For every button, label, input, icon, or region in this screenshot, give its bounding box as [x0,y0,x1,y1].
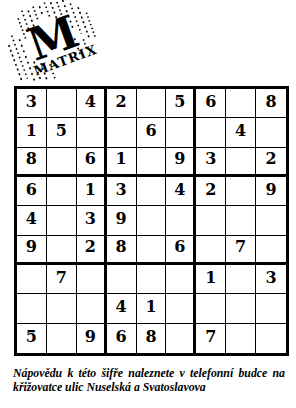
cell-r5c9 [256,206,286,235]
cell-r2c3 [77,118,107,147]
cell-r2c9 [256,118,286,147]
cell-r9c7: 7 [196,324,226,353]
cell-r7c9: 3 [256,265,286,294]
cell-r6c4: 8 [107,236,137,265]
cell-r4c9: 9 [256,177,286,206]
cell-r1c1: 3 [17,89,47,118]
cell-r3c8 [226,148,256,177]
cell-r4c5 [137,177,167,206]
cell-r9c9 [256,324,286,353]
cell-r6c5 [137,236,167,265]
cell-r4c8 [226,177,256,206]
cell-r9c6 [166,324,196,353]
cell-r8c8 [226,294,256,323]
cell-r1c6: 5 [166,89,196,118]
cell-r6c3: 2 [77,236,107,265]
cell-r5c4: 9 [107,206,137,235]
cell-r8c5: 1 [137,294,167,323]
cell-r3c4: 1 [107,148,137,177]
cell-r2c2: 5 [47,118,77,147]
cell-r1c3: 4 [77,89,107,118]
caption: Nápovědu k této šifře naleznete v telefo… [13,366,285,394]
cell-r8c3 [77,294,107,323]
cell-r4c2 [47,177,77,206]
cell-r8c2 [47,294,77,323]
cell-r4c4: 3 [107,177,137,206]
cell-r4c3: 1 [77,177,107,206]
cell-r5c5 [137,206,167,235]
cell-r1c5 [137,89,167,118]
matrix-logo: M MATRIX [2,0,114,82]
cell-r7c8 [226,265,256,294]
cell-r6c7 [196,236,226,265]
cell-r6c9 [256,236,286,265]
cell-r3c9: 2 [256,148,286,177]
cell-r9c1: 5 [17,324,47,353]
cell-r2c8: 4 [226,118,256,147]
cell-r1c7: 6 [196,89,226,118]
cell-r6c6: 6 [166,236,196,265]
cell-r2c4 [107,118,137,147]
cell-r9c8 [226,324,256,353]
sudoku-board: 3425681564861932613429439928677134159687 [14,86,289,356]
cell-r1c2 [47,89,77,118]
cell-r3c3: 6 [77,148,107,177]
caption-line-1: Nápovědu k této šifře naleznete v telefo… [13,366,285,380]
cell-r7c7: 1 [196,265,226,294]
cell-r1c9: 8 [256,89,286,118]
cell-r5c3: 3 [77,206,107,235]
cell-r3c1: 8 [17,148,47,177]
cell-r3c6: 9 [166,148,196,177]
cell-r2c6 [166,118,196,147]
cell-r9c3: 9 [77,324,107,353]
cell-r7c6 [166,265,196,294]
cell-r6c8: 7 [226,236,256,265]
cell-r1c8 [226,89,256,118]
cell-r4c7: 2 [196,177,226,206]
cell-r4c6: 4 [166,177,196,206]
cell-r8c4: 4 [107,294,137,323]
cell-r3c2 [47,148,77,177]
caption-line-2: křižovatce ulic Nuselská a Svatoslavova [13,380,285,394]
cell-r9c5: 8 [137,324,167,353]
cell-r6c1: 9 [17,236,47,265]
cell-r7c5 [137,265,167,294]
cell-r8c1 [17,294,47,323]
cell-r2c5: 6 [137,118,167,147]
cell-r7c1 [17,265,47,294]
puzzle-page: M MATRIX 3425681564861932613429439928677… [0,0,296,408]
cell-r8c6 [166,294,196,323]
cell-r4c1: 6 [17,177,47,206]
cell-r8c9 [256,294,286,323]
cell-r9c4: 6 [107,324,137,353]
cell-r8c7 [196,294,226,323]
cell-r3c5 [137,148,167,177]
cell-r7c3 [77,265,107,294]
cell-r3c7: 3 [196,148,226,177]
cell-r5c6 [166,206,196,235]
cell-r9c2 [47,324,77,353]
cell-r2c7 [196,118,226,147]
cell-r7c4 [107,265,137,294]
cell-r2c1: 1 [17,118,47,147]
cell-r7c2: 7 [47,265,77,294]
cell-r6c2 [47,236,77,265]
cell-r1c4: 2 [107,89,137,118]
cell-r5c7 [196,206,226,235]
cell-r5c2 [47,206,77,235]
cell-r5c1: 4 [17,206,47,235]
cell-r5c8 [226,206,256,235]
